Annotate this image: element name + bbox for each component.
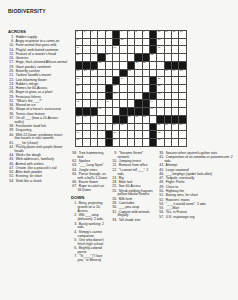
cell-number: 52 xyxy=(143,116,146,118)
cell-number: 65 xyxy=(158,139,161,141)
cell-number: 7 xyxy=(128,31,129,33)
grid-cell[interactable]: 49 xyxy=(91,116,98,124)
grid-cell[interactable] xyxy=(98,93,105,101)
cell-number: 35 xyxy=(158,78,161,80)
cell-number: 9 xyxy=(143,31,144,33)
grid-cell[interactable] xyxy=(83,39,90,47)
grid-cell[interactable]: 50 xyxy=(128,116,135,124)
grid-cell[interactable] xyxy=(179,131,186,139)
cell-number: 61 xyxy=(113,132,116,134)
cell-number: 44 xyxy=(150,101,153,103)
cell-number: 30 xyxy=(165,70,168,72)
grid-cell[interactable] xyxy=(106,77,113,85)
clue-item: 2. Will-___-wisp (delusion): 2 wds. xyxy=(71,214,108,222)
clue-item: 57. U.S. espionage org. xyxy=(158,216,234,220)
clue-number: 12. xyxy=(111,169,118,173)
grid-cell[interactable] xyxy=(83,131,90,139)
grid-cell[interactable] xyxy=(106,124,113,132)
black-square xyxy=(150,85,157,93)
grid-cell[interactable] xyxy=(91,39,98,47)
clue-number: 65. xyxy=(71,173,78,177)
clue-number: 9. xyxy=(111,152,118,156)
grid-cell[interactable] xyxy=(157,100,164,108)
grid-cell[interactable] xyxy=(179,93,186,101)
grid-cell[interactable] xyxy=(120,54,127,62)
clue-number: 6. xyxy=(71,247,78,251)
grid-cell[interactable] xyxy=(150,70,157,78)
cell-number: 21 xyxy=(106,54,109,56)
grid-cell[interactable]: 34 xyxy=(120,77,127,85)
clue-item: 7. "Te ___" ("I love you," in Mexico) xyxy=(71,255,108,263)
grid-cell[interactable] xyxy=(165,139,172,147)
black-square xyxy=(150,77,157,85)
page-title: BIODIVERSITY xyxy=(8,8,46,14)
cell-number: 51 xyxy=(136,116,139,118)
grid-cell[interactable]: 57 xyxy=(165,124,172,132)
grid-cell[interactable] xyxy=(179,108,186,116)
grid-cell[interactable] xyxy=(128,39,135,47)
grid-cell[interactable] xyxy=(143,77,150,85)
grid-cell[interactable] xyxy=(91,124,98,132)
grid-cell[interactable] xyxy=(165,46,172,54)
grid-cell[interactable]: 32 xyxy=(179,70,186,78)
black-square xyxy=(150,139,157,147)
cell-number: 5 xyxy=(106,31,107,33)
grid-cell[interactable]: 18 xyxy=(113,46,120,54)
grid-cell[interactable] xyxy=(143,70,150,78)
grid-cell[interactable]: 59 xyxy=(179,124,186,132)
cell-number: 12 xyxy=(172,31,175,33)
grid-cell[interactable] xyxy=(135,139,142,147)
grid-cell[interactable]: 2 xyxy=(83,31,90,39)
cell-number: 59 xyxy=(180,124,183,126)
cell-number: 25 xyxy=(143,62,146,64)
grid-cell[interactable] xyxy=(120,100,127,108)
grid-cell[interactable] xyxy=(179,39,186,47)
grid-cell[interactable] xyxy=(128,93,135,101)
cell-number: 36 xyxy=(76,85,79,87)
grid-cell[interactable] xyxy=(120,139,127,147)
grid-cell[interactable] xyxy=(165,131,172,139)
cell-number: 58 xyxy=(172,124,175,126)
clue-number: 42. xyxy=(8,146,15,150)
grid-cell[interactable]: 11 xyxy=(165,31,172,39)
cell-number: 49 xyxy=(91,116,94,118)
grid-cell[interactable]: 5 xyxy=(106,31,113,39)
grid-cell[interactable]: 9 xyxy=(143,31,150,39)
grid-cell[interactable]: 48 xyxy=(83,116,90,124)
grid-cell[interactable] xyxy=(91,93,98,101)
cell-number: 22 xyxy=(150,54,153,56)
clue-number: 40. xyxy=(8,134,15,138)
cell-number: 8 xyxy=(136,31,137,33)
cell-number: 20 xyxy=(76,54,79,56)
grid-cell[interactable] xyxy=(179,54,186,62)
grid-cell[interactable] xyxy=(179,100,186,108)
cell-number: 1 xyxy=(76,31,77,33)
grid-cell[interactable] xyxy=(172,100,179,108)
grid-cell[interactable] xyxy=(143,85,150,93)
grid-cell[interactable] xyxy=(83,46,90,54)
grid-cell[interactable]: 30 xyxy=(165,70,172,78)
grid-cell[interactable] xyxy=(120,93,127,101)
grid-cell[interactable] xyxy=(179,85,186,93)
clue-number: 7. xyxy=(71,255,78,259)
grid-cell[interactable] xyxy=(98,116,105,124)
grid-cell[interactable] xyxy=(128,85,135,93)
black-square xyxy=(106,139,113,147)
clue-number: 31. xyxy=(111,211,118,215)
grid-cell[interactable] xyxy=(91,77,98,85)
cell-number: 6 xyxy=(121,31,122,33)
grid-cell[interactable] xyxy=(143,124,150,132)
grid-cell[interactable] xyxy=(98,46,105,54)
down-clue-list-c: 35. Season when squirrels gather nuts41.… xyxy=(158,152,234,219)
grid-cell[interactable] xyxy=(143,139,150,147)
grid-cell[interactable] xyxy=(135,46,142,54)
grid-cell[interactable] xyxy=(120,85,127,93)
clue-number: 58. xyxy=(71,152,78,156)
grid-cell[interactable]: 20 xyxy=(76,54,83,62)
clue-item: 54. Stink like a skunk xyxy=(8,180,68,184)
grid-cell[interactable] xyxy=(98,139,105,147)
cell-number: 26 xyxy=(76,70,79,72)
grid-cell[interactable] xyxy=(91,139,98,147)
grid-cell[interactable]: 41 xyxy=(157,93,164,101)
grid-cell[interactable] xyxy=(172,77,179,85)
cell-number: 31 xyxy=(172,70,175,72)
cell-number: 2 xyxy=(84,31,85,33)
grid-cell[interactable] xyxy=(106,116,113,124)
grid-cell[interactable] xyxy=(120,46,127,54)
grid-cell[interactable]: 64 xyxy=(113,139,120,147)
clue-number: 3. xyxy=(71,223,78,227)
clue-number: 33. xyxy=(111,219,118,223)
clue-number: 67. xyxy=(71,185,78,189)
grid-cell[interactable] xyxy=(83,93,90,101)
grid-cell[interactable] xyxy=(172,54,179,62)
grid-cell[interactable]: 21 xyxy=(106,54,113,62)
grid-cell[interactable] xyxy=(98,131,105,139)
grid-cell[interactable] xyxy=(165,77,172,85)
grid-cell[interactable] xyxy=(135,70,142,78)
grid-cell[interactable]: 24 xyxy=(135,62,142,70)
grid-cell[interactable] xyxy=(83,139,90,147)
cell-number: 14 xyxy=(76,39,79,41)
grid-cell[interactable] xyxy=(135,93,142,101)
grid-cell[interactable] xyxy=(172,39,179,47)
down-clue-column-c: 35. Season when squirrels gather nuts41.… xyxy=(158,152,234,220)
grid-cell[interactable] xyxy=(179,139,186,147)
cell-number: 23 xyxy=(99,62,102,64)
cell-number: 39 xyxy=(76,93,79,95)
grid-cell[interactable] xyxy=(172,85,179,93)
black-square xyxy=(150,124,157,132)
grid-cell[interactable]: 15 xyxy=(120,39,127,47)
black-square xyxy=(120,108,127,116)
grid-cell[interactable] xyxy=(98,124,105,132)
grid-cell[interactable] xyxy=(165,39,172,47)
grid-cell[interactable] xyxy=(165,85,172,93)
black-square xyxy=(143,100,150,108)
across-clue-list: 1. Hidden supply6. Angry response to a c… xyxy=(8,36,68,184)
grid-cell[interactable] xyxy=(172,131,179,139)
cell-number: 55 xyxy=(121,124,124,126)
grid-cell[interactable] xyxy=(172,46,179,54)
grid-cell[interactable]: 4 xyxy=(98,31,105,39)
grid-cell[interactable]: 63 xyxy=(76,139,83,147)
grid-cell[interactable] xyxy=(91,54,98,62)
grid-cell[interactable] xyxy=(135,124,142,132)
clue-number: 4. xyxy=(71,231,78,235)
cell-number: 45 xyxy=(99,108,102,110)
clue-item: 1. Bony, projecting growth on a 10-Acros… xyxy=(71,202,108,214)
grid-cell[interactable] xyxy=(150,116,157,124)
grid-cell[interactable] xyxy=(106,70,113,78)
cell-number: 42 xyxy=(76,101,79,103)
grid-cell[interactable] xyxy=(143,39,150,47)
black-square xyxy=(106,131,113,139)
grid-cell[interactable] xyxy=(98,85,105,93)
across-continued-and-down-column: 58. Tree-hammering bird62. Spoken63. "__… xyxy=(71,152,108,263)
grid-cell[interactable] xyxy=(172,108,179,116)
grid-cell[interactable] xyxy=(91,46,98,54)
cell-number: 43 xyxy=(106,101,109,103)
grid-cell[interactable]: 19 xyxy=(157,46,164,54)
grid-cell[interactable] xyxy=(128,54,135,62)
grid-cell[interactable] xyxy=(113,108,120,116)
grid-cell[interactable] xyxy=(157,108,164,116)
grid-cell[interactable] xyxy=(165,108,172,116)
grid-cell[interactable]: 31 xyxy=(172,70,179,78)
grid-cell[interactable] xyxy=(91,85,98,93)
down-clue-column-b: 9. "Sesame Street" network10. Jumping in… xyxy=(111,152,155,223)
cell-number: 24 xyxy=(136,62,139,64)
grid-cell[interactable] xyxy=(98,39,105,47)
grid-cell[interactable] xyxy=(128,124,135,132)
clue-number: 2. xyxy=(71,214,78,218)
grid-cell[interactable] xyxy=(135,85,142,93)
grid-cell[interactable] xyxy=(172,139,179,147)
grid-cell[interactable]: 25 xyxy=(143,62,150,70)
cell-number: 32 xyxy=(180,70,183,72)
grid-cell[interactable]: 40 xyxy=(113,93,120,101)
grid-cell[interactable] xyxy=(120,62,127,70)
cell-number: 28 xyxy=(91,70,94,72)
black-square xyxy=(150,39,157,47)
grid-cell[interactable]: 27 xyxy=(83,70,90,78)
grid-cell[interactable] xyxy=(143,131,150,139)
grid-cell[interactable] xyxy=(113,62,120,70)
cell-number: 3 xyxy=(91,31,92,33)
grid-cell[interactable] xyxy=(165,100,172,108)
grid-cell[interactable] xyxy=(135,39,142,47)
grid-cell[interactable] xyxy=(91,131,98,139)
cell-number: 53 xyxy=(76,124,79,126)
grid-cell[interactable]: 42 xyxy=(76,100,83,108)
cell-number: 47 xyxy=(76,116,79,118)
grid-cell[interactable] xyxy=(106,108,113,116)
grid-cell[interactable] xyxy=(83,54,90,62)
grid-cell[interactable] xyxy=(179,46,186,54)
grid-cell[interactable]: 7 xyxy=(128,31,135,39)
grid-cell[interactable] xyxy=(98,70,105,78)
black-square xyxy=(150,31,157,39)
grid-cell[interactable] xyxy=(113,100,120,108)
grid-cell[interactable] xyxy=(83,77,90,85)
grid-cell[interactable] xyxy=(113,54,120,62)
cell-number: 4 xyxy=(99,31,100,33)
cell-number: 15 xyxy=(121,39,124,41)
cell-number: 41 xyxy=(158,93,161,95)
grid-cell[interactable]: 65 xyxy=(157,139,164,147)
clue-number: 41. xyxy=(158,156,165,160)
cell-number: 13 xyxy=(180,31,183,33)
clue-number: 57. xyxy=(158,216,165,220)
cell-number: 33 xyxy=(76,78,79,80)
grid-cell[interactable]: 23 xyxy=(98,62,105,70)
cell-number: 60 xyxy=(76,132,79,134)
grid-cell[interactable] xyxy=(120,131,127,139)
grid-cell[interactable] xyxy=(91,100,98,108)
grid-cell[interactable] xyxy=(143,46,150,54)
cell-number: 63 xyxy=(76,139,79,141)
cell-number: 16 xyxy=(158,39,161,41)
down-clue-list-b: 9. "Sesame Street" network10. Jumping in… xyxy=(111,152,155,223)
clue-item: 67. Rope to catch an 18-Down xyxy=(71,185,108,193)
black-square xyxy=(150,131,157,139)
down-clue-list-a: 1. Bony, projecting growth on a 10-Acros… xyxy=(71,202,108,262)
grid-cell[interactable] xyxy=(165,93,172,101)
black-square xyxy=(135,100,142,108)
cell-number: 48 xyxy=(84,116,87,118)
cell-number: 50 xyxy=(128,116,131,118)
grid-cell[interactable] xyxy=(172,93,179,101)
cell-number: 11 xyxy=(165,31,168,33)
grid-cell[interactable] xyxy=(150,62,157,70)
across-clue-column: ACROSS 1. Hidden supply6. Angry response… xyxy=(8,30,68,184)
cell-number: 56 xyxy=(158,124,161,126)
grid-cell[interactable] xyxy=(128,139,135,147)
clue-item: 33. Tall shade tree xyxy=(111,219,155,223)
cell-number: 10 xyxy=(158,31,161,33)
grid-cell[interactable] xyxy=(128,46,135,54)
grid-cell[interactable]: 52 xyxy=(143,116,150,124)
clue-number: 25. xyxy=(111,190,118,194)
grid-cell[interactable]: 22 xyxy=(150,54,157,62)
crossword-grid[interactable]: 1234567891011121314151617181920212223242… xyxy=(75,30,187,147)
grid-cell[interactable] xyxy=(106,39,113,47)
clue-number: 1. xyxy=(71,202,78,206)
grid-cell[interactable] xyxy=(135,131,142,139)
cell-number: 64 xyxy=(113,139,116,141)
grid-cell[interactable] xyxy=(128,131,135,139)
grid-cell[interactable] xyxy=(157,62,164,70)
clue-number: 5. xyxy=(71,239,78,243)
grid-cell[interactable]: 29 xyxy=(128,70,135,78)
black-square xyxy=(113,31,120,39)
grid-cell[interactable]: 43 xyxy=(106,100,113,108)
cell-number: 27 xyxy=(84,70,87,72)
grid-cell[interactable] xyxy=(83,124,90,132)
black-square xyxy=(143,93,150,101)
puzzle-page: { "game": "crossword", "title": "BIODIVE… xyxy=(0,0,238,300)
cell-number: 29 xyxy=(128,70,131,72)
grid-cell[interactable] xyxy=(128,77,135,85)
grid-cell[interactable]: 8 xyxy=(135,31,142,39)
grid-cell[interactable] xyxy=(106,62,113,70)
clue-number: 54. xyxy=(8,180,15,184)
grid-cell[interactable] xyxy=(128,100,135,108)
grid-cell[interactable] xyxy=(113,70,120,78)
grid-cell[interactable]: 51 xyxy=(135,116,142,124)
grid-cell[interactable]: 45 xyxy=(98,108,105,116)
cell-number: 19 xyxy=(158,47,161,49)
cell-number: 46 xyxy=(150,108,153,110)
grid-cell[interactable]: 58 xyxy=(172,124,179,132)
grid-cell[interactable] xyxy=(179,77,186,85)
grid-cell[interactable]: 46 xyxy=(150,108,157,116)
grid-cell[interactable] xyxy=(157,54,164,62)
cell-number: 18 xyxy=(113,47,116,49)
cell-number: 62 xyxy=(158,132,161,134)
across-continued-list: 58. Tree-hammering bird62. Spoken63. "__… xyxy=(71,152,108,193)
grid-cell[interactable] xyxy=(83,100,90,108)
cell-number: 17 xyxy=(76,47,79,49)
cell-number: 54 xyxy=(113,124,116,126)
grid-cell[interactable]: 3 xyxy=(91,31,98,39)
cell-number: 34 xyxy=(121,78,124,80)
cell-number: 57 xyxy=(165,124,168,126)
cell-number: 38 xyxy=(158,85,161,87)
cell-number: 37 xyxy=(113,85,116,87)
grid-cell[interactable] xyxy=(165,54,172,62)
grid-cell[interactable] xyxy=(83,85,90,93)
grid-cell[interactable] xyxy=(135,77,142,85)
grid-cell[interactable]: 28 xyxy=(91,70,98,78)
black-square xyxy=(106,85,113,93)
grid-cell[interactable] xyxy=(98,77,105,85)
grid-cell[interactable]: 13 xyxy=(179,31,186,39)
clue-number: 37. xyxy=(8,117,15,121)
cell-number: 40 xyxy=(113,93,116,95)
grid-cell[interactable]: 12 xyxy=(172,31,179,39)
grid-cell[interactable]: 55 xyxy=(120,124,127,132)
